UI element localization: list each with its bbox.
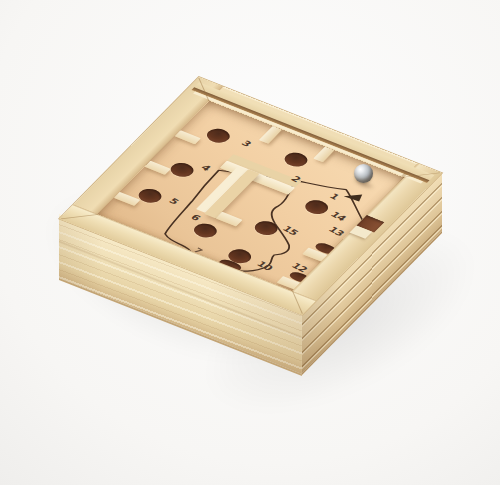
product-photo-scene: 3 2 4 5 6 1 14 13 15 10 12 7 [0, 0, 500, 485]
steel-ball[interactable] [354, 164, 373, 183]
